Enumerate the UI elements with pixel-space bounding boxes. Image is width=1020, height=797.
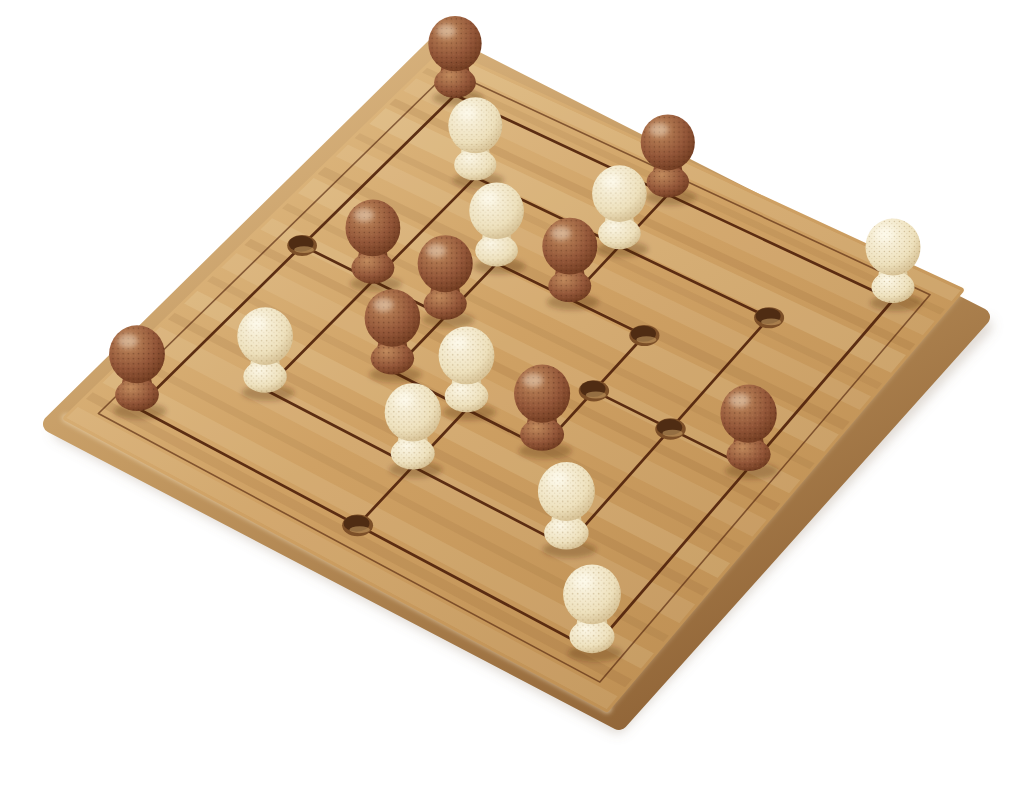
- hole-f4[interactable]: [655, 418, 686, 439]
- hole-f6[interactable]: [754, 307, 784, 328]
- board-wood: [52, 42, 981, 721]
- hole-e4[interactable]: [579, 380, 609, 401]
- hole-a4[interactable]: [287, 235, 317, 256]
- nine-mens-morris-board: [0, 0, 1020, 797]
- product-photo-scene: nine-mens-morris: [0, 0, 1020, 797]
- hole-d1[interactable]: [342, 514, 373, 536]
- hole-e5[interactable]: [629, 325, 659, 346]
